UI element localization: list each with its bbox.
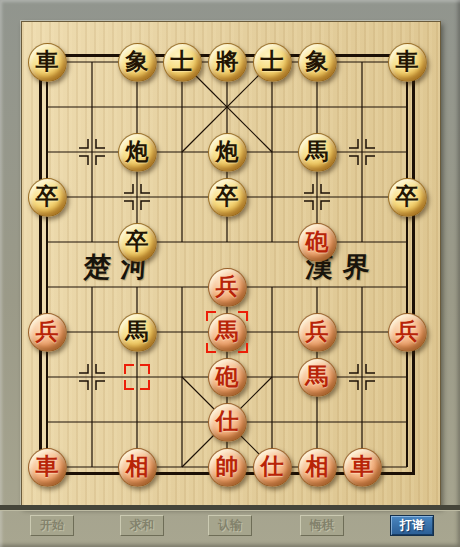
piece-character: 砲 xyxy=(216,365,239,388)
piece-character: 將 xyxy=(216,50,239,73)
piece-black-soldier[interactable]: 卒 xyxy=(208,178,247,217)
piece-character: 炮 xyxy=(216,140,239,163)
piece-character: 相 xyxy=(306,455,329,478)
piece-character: 相 xyxy=(126,455,149,478)
piece-character: 象 xyxy=(306,50,329,73)
piece-black-advisor[interactable]: 士 xyxy=(163,43,202,82)
piece-red-general[interactable]: 帥 xyxy=(208,448,247,487)
piece-black-general[interactable]: 將 xyxy=(208,43,247,82)
xiangqi-app-window: 楚河 漢界 車象士將士象車炮炮馬卒卒卒卒馬砲兵兵馬兵兵砲馬仕車相帥仕相車 开始 … xyxy=(0,0,460,547)
piece-character: 兵 xyxy=(36,320,59,343)
piece-red-soldier[interactable]: 兵 xyxy=(28,313,67,352)
offer-draw-button[interactable]: 求和 xyxy=(120,515,164,536)
piece-red-advisor[interactable]: 仕 xyxy=(208,403,247,442)
piece-black-horse[interactable]: 馬 xyxy=(118,313,157,352)
piece-character: 車 xyxy=(351,455,374,478)
piece-character: 兵 xyxy=(306,320,329,343)
piece-black-horse[interactable]: 馬 xyxy=(298,133,337,172)
piece-black-soldier[interactable]: 卒 xyxy=(118,223,157,262)
piece-character: 士 xyxy=(171,50,194,73)
start-button[interactable]: 开始 xyxy=(30,515,74,536)
piece-character: 車 xyxy=(36,455,59,478)
piece-red-cannon[interactable]: 砲 xyxy=(208,358,247,397)
piece-character: 馬 xyxy=(306,365,329,388)
piece-black-chariot[interactable]: 車 xyxy=(388,43,427,82)
undo-move-button[interactable]: 悔棋 xyxy=(300,515,344,536)
piece-character: 士 xyxy=(261,50,284,73)
piece-red-cannon[interactable]: 砲 xyxy=(298,223,337,262)
piece-character: 卒 xyxy=(126,230,149,253)
piece-character: 車 xyxy=(36,50,59,73)
piece-red-elephant[interactable]: 相 xyxy=(118,448,157,487)
piece-red-chariot[interactable]: 車 xyxy=(28,448,67,487)
piece-black-advisor[interactable]: 士 xyxy=(253,43,292,82)
piece-red-soldier[interactable]: 兵 xyxy=(208,268,247,307)
piece-character: 卒 xyxy=(36,185,59,208)
piece-character: 仕 xyxy=(216,410,239,433)
piece-red-chariot[interactable]: 車 xyxy=(343,448,382,487)
piece-character: 砲 xyxy=(306,230,329,253)
piece-red-horse[interactable]: 馬 xyxy=(208,313,247,352)
piece-character: 馬 xyxy=(306,140,329,163)
piece-red-soldier[interactable]: 兵 xyxy=(388,313,427,352)
piece-character: 兵 xyxy=(216,275,239,298)
piece-black-elephant[interactable]: 象 xyxy=(298,43,337,82)
piece-character: 兵 xyxy=(396,320,419,343)
piece-character: 帥 xyxy=(216,455,239,478)
piece-black-chariot[interactable]: 車 xyxy=(28,43,67,82)
board-bottom-groove xyxy=(0,505,460,511)
piece-character: 馬 xyxy=(216,320,239,343)
piece-red-soldier[interactable]: 兵 xyxy=(298,313,337,352)
piece-black-soldier[interactable]: 卒 xyxy=(28,178,67,217)
piece-black-cannon[interactable]: 炮 xyxy=(118,133,157,172)
piece-red-advisor[interactable]: 仕 xyxy=(253,448,292,487)
piece-character: 卒 xyxy=(396,185,419,208)
piece-character: 仕 xyxy=(261,455,284,478)
piece-character: 卒 xyxy=(216,185,239,208)
piece-character: 象 xyxy=(126,50,149,73)
piece-character: 車 xyxy=(396,50,419,73)
piece-red-horse[interactable]: 馬 xyxy=(298,358,337,397)
resign-button[interactable]: 认输 xyxy=(208,515,252,536)
piece-black-cannon[interactable]: 炮 xyxy=(208,133,247,172)
piece-character: 炮 xyxy=(126,140,149,163)
piece-black-elephant[interactable]: 象 xyxy=(118,43,157,82)
game-record-button[interactable]: 打谱 xyxy=(390,515,434,536)
piece-character: 馬 xyxy=(126,320,149,343)
piece-black-soldier[interactable]: 卒 xyxy=(388,178,427,217)
piece-red-elephant[interactable]: 相 xyxy=(298,448,337,487)
